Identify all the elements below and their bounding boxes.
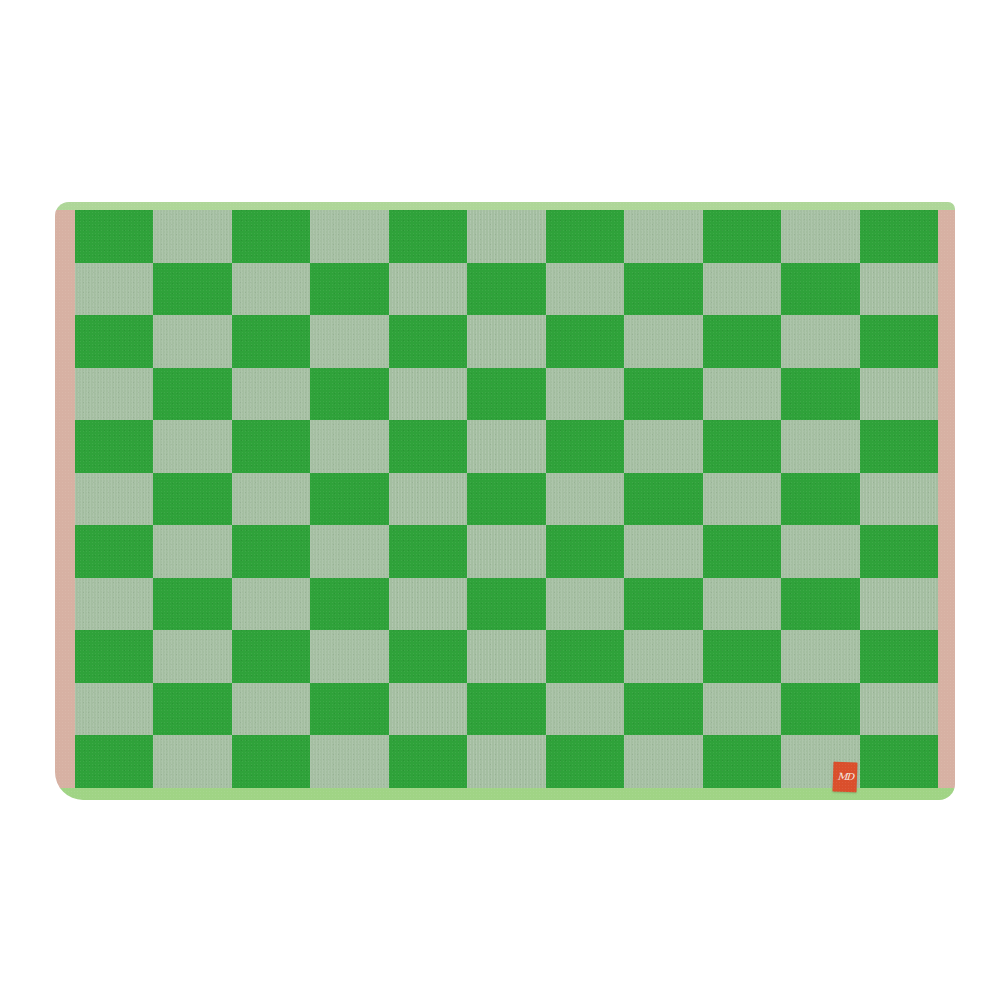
board-cell — [232, 735, 310, 788]
board-cell — [546, 578, 624, 631]
board-cell — [153, 368, 231, 421]
board-cell — [153, 420, 231, 473]
board-cell — [860, 473, 938, 526]
board-cell — [75, 263, 153, 316]
towel-top-hem — [55, 202, 955, 210]
board-cell — [389, 578, 467, 631]
board-cell — [703, 473, 781, 526]
board-cell — [546, 210, 624, 263]
board-cell — [389, 735, 467, 788]
board-cell — [75, 630, 153, 683]
board-cell — [75, 735, 153, 788]
board-cell — [624, 683, 702, 736]
board-cell — [75, 315, 153, 368]
board-cell — [232, 368, 310, 421]
board-cell — [624, 368, 702, 421]
board-cell — [389, 210, 467, 263]
board-cell — [781, 578, 859, 631]
board-cell — [467, 735, 545, 788]
board-cell — [389, 473, 467, 526]
board-cell — [703, 578, 781, 631]
towel-left-hem — [55, 210, 75, 788]
board-cell — [860, 578, 938, 631]
board-cell — [624, 525, 702, 578]
board-cell — [232, 210, 310, 263]
board-cell — [546, 735, 624, 788]
board-cell — [310, 263, 388, 316]
board-cell — [389, 368, 467, 421]
board-cell — [860, 315, 938, 368]
board-cell — [310, 525, 388, 578]
board-cell — [703, 263, 781, 316]
board-cell — [310, 683, 388, 736]
board-cell — [389, 630, 467, 683]
board-cell — [781, 315, 859, 368]
board-cell — [232, 683, 310, 736]
board-cell — [624, 315, 702, 368]
board-cell — [389, 263, 467, 316]
board-cell — [860, 525, 938, 578]
board-cell — [153, 210, 231, 263]
board-cell — [624, 420, 702, 473]
board-cell — [153, 473, 231, 526]
board-cell — [781, 210, 859, 263]
board-cell — [310, 420, 388, 473]
towel-bottom-hem — [55, 788, 955, 800]
board-cell — [467, 525, 545, 578]
board-cell — [467, 263, 545, 316]
board-cell — [781, 630, 859, 683]
checkerboard — [75, 210, 938, 788]
board-cell — [703, 315, 781, 368]
board-cell — [467, 578, 545, 631]
board-cell — [310, 210, 388, 263]
board-cell — [781, 420, 859, 473]
board-cell — [389, 420, 467, 473]
board-cell — [467, 210, 545, 263]
board-cell — [546, 368, 624, 421]
board-cell — [467, 630, 545, 683]
board-cell — [389, 525, 467, 578]
brand-tag-label: MD — [837, 772, 853, 782]
board-cell — [153, 683, 231, 736]
board-cell — [467, 420, 545, 473]
board-cell — [310, 578, 388, 631]
board-cell — [781, 683, 859, 736]
board-cell — [546, 473, 624, 526]
brand-tag: MD — [832, 762, 857, 793]
board-cell — [232, 315, 310, 368]
board-cell — [860, 683, 938, 736]
board-cell — [781, 473, 859, 526]
board-cell — [232, 525, 310, 578]
board-cell — [467, 368, 545, 421]
towel-right-hem — [938, 210, 955, 788]
board-cell — [467, 683, 545, 736]
board-cell — [153, 315, 231, 368]
board-cell — [389, 683, 467, 736]
board-cell — [546, 525, 624, 578]
board-cell — [232, 263, 310, 316]
board-cell — [703, 683, 781, 736]
board-cell — [703, 735, 781, 788]
board-cell — [153, 630, 231, 683]
board-cell — [860, 735, 938, 788]
board-cell — [703, 525, 781, 578]
board-cell — [75, 683, 153, 736]
board-cell — [75, 368, 153, 421]
board-cell — [546, 315, 624, 368]
board-cell — [860, 630, 938, 683]
board-cell — [624, 473, 702, 526]
board-cell — [232, 420, 310, 473]
board-cell — [703, 420, 781, 473]
towel-board: MD — [55, 202, 955, 800]
board-cell — [153, 525, 231, 578]
board-cell — [75, 473, 153, 526]
board-cell — [703, 630, 781, 683]
board-cell — [75, 578, 153, 631]
board-cell — [703, 210, 781, 263]
board-cell — [232, 578, 310, 631]
board-cell — [860, 263, 938, 316]
board-cell — [546, 683, 624, 736]
board-cell — [232, 473, 310, 526]
board-cell — [75, 525, 153, 578]
board-cell — [153, 578, 231, 631]
board-cell — [781, 368, 859, 421]
product-photo: MD — [0, 0, 1000, 1000]
board-cell — [310, 315, 388, 368]
board-cell — [703, 368, 781, 421]
board-cell — [153, 735, 231, 788]
board-cell — [624, 735, 702, 788]
board-cell — [310, 473, 388, 526]
board-cell — [75, 210, 153, 263]
board-cell — [781, 263, 859, 316]
board-cell — [860, 368, 938, 421]
towel-middle — [55, 210, 955, 788]
board-cell — [75, 420, 153, 473]
board-cell — [860, 210, 938, 263]
board-cell — [860, 420, 938, 473]
board-cell — [624, 210, 702, 263]
board-cell — [546, 630, 624, 683]
board-cell — [232, 630, 310, 683]
board-cell — [389, 315, 467, 368]
board-cell — [624, 263, 702, 316]
board-cell — [546, 420, 624, 473]
board-cell — [467, 473, 545, 526]
board-cell — [310, 630, 388, 683]
board-cell — [310, 735, 388, 788]
board-cell — [624, 578, 702, 631]
board-cell — [310, 368, 388, 421]
board-cell — [467, 315, 545, 368]
board-cell — [546, 263, 624, 316]
board-cell — [781, 525, 859, 578]
board-cell — [153, 263, 231, 316]
board-cell — [624, 630, 702, 683]
